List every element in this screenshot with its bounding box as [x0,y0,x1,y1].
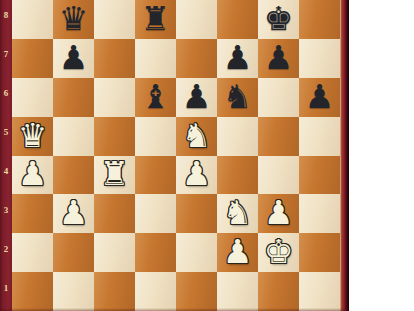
square-d6[interactable]: ♝ [135,78,176,117]
rank-label-4: 4 [0,152,12,191]
square-g4[interactable] [258,156,299,195]
square-d1[interactable] [135,272,176,311]
square-g7[interactable]: ♟ [258,39,299,78]
book-page-edge [340,0,349,311]
square-h5[interactable] [299,117,340,156]
square-g8[interactable]: ♚ [258,0,299,39]
square-f1[interactable] [217,272,258,311]
square-b4[interactable] [53,156,94,195]
square-a5[interactable]: ♛ [12,117,53,156]
square-e3[interactable] [176,194,217,233]
white-pawn-e4: ♟ [182,157,212,190]
black-bishop-d6: ♝ [141,80,171,113]
board-grid: ♛♜♚♟♟♟♝♟♞♟♛♞♟♜♟♟♞♟♟♚ [12,0,340,311]
square-a1[interactable] [12,272,53,311]
white-rook-c4: ♜ [100,157,130,190]
square-b6[interactable] [53,78,94,117]
square-e2[interactable] [176,233,217,272]
square-c1[interactable] [94,272,135,311]
square-g1[interactable] [258,272,299,311]
white-king-g2: ♚ [264,235,294,268]
square-c8[interactable] [94,0,135,39]
square-d3[interactable] [135,194,176,233]
rank-label-2: 2 [0,229,12,268]
square-e5[interactable]: ♞ [176,117,217,156]
square-f6[interactable]: ♞ [217,78,258,117]
white-pawn-g3: ♟ [264,196,294,229]
square-b1[interactable] [53,272,94,311]
square-h1[interactable] [299,272,340,311]
square-h4[interactable] [299,156,340,195]
rank-label-6: 6 [0,74,12,113]
black-pawn-e6: ♟ [182,80,212,113]
square-b5[interactable] [53,117,94,156]
square-c3[interactable] [94,194,135,233]
square-c7[interactable] [94,39,135,78]
black-pawn-h6: ♟ [305,80,335,113]
square-b7[interactable]: ♟ [53,39,94,78]
black-queen-b8: ♛ [59,2,89,35]
square-d5[interactable] [135,117,176,156]
square-b8[interactable]: ♛ [53,0,94,39]
square-c4[interactable]: ♜ [94,156,135,195]
square-a8[interactable] [12,0,53,39]
white-pawn-b3: ♟ [59,196,89,229]
square-f7[interactable]: ♟ [217,39,258,78]
square-d8[interactable]: ♜ [135,0,176,39]
square-e1[interactable] [176,272,217,311]
square-h7[interactable] [299,39,340,78]
square-b3[interactable]: ♟ [53,194,94,233]
black-king-g8: ♚ [264,2,294,35]
white-knight-f3: ♞ [223,196,253,229]
square-c2[interactable] [94,233,135,272]
square-b2[interactable] [53,233,94,272]
square-h8[interactable] [299,0,340,39]
black-pawn-g7: ♟ [264,41,294,74]
rank-label-8: 8 [0,0,12,35]
square-e4[interactable]: ♟ [176,156,217,195]
square-g6[interactable] [258,78,299,117]
board-left-spine: 87654321 [0,0,12,311]
black-pawn-f7: ♟ [223,41,253,74]
rank-label-1: 1 [0,268,12,307]
square-a6[interactable] [12,78,53,117]
square-f4[interactable] [217,156,258,195]
square-f5[interactable] [217,117,258,156]
square-d4[interactable] [135,156,176,195]
square-a7[interactable] [12,39,53,78]
square-c5[interactable] [94,117,135,156]
square-f2[interactable]: ♟ [217,233,258,272]
square-a2[interactable] [12,233,53,272]
chess-board-frame: 87654321 ♛♜♚♟♟♟♝♟♞♟♛♞♟♜♟♟♞♟♟♚ [0,0,349,311]
chess-diagram-page: 87654321 ♛♜♚♟♟♟♝♟♞♟♛♞♟♜♟♟♞♟♟♚ [0,0,414,311]
square-e6[interactable]: ♟ [176,78,217,117]
black-rook-d8: ♜ [141,2,171,35]
square-a3[interactable] [12,194,53,233]
white-knight-e5: ♞ [182,119,212,152]
black-pawn-b7: ♟ [59,41,89,74]
square-a4[interactable]: ♟ [12,156,53,195]
square-e7[interactable] [176,39,217,78]
square-f8[interactable] [217,0,258,39]
square-h2[interactable] [299,233,340,272]
white-pawn-a4: ♟ [18,157,48,190]
square-g3[interactable]: ♟ [258,194,299,233]
square-g5[interactable] [258,117,299,156]
square-h6[interactable]: ♟ [299,78,340,117]
white-queen-a5: ♛ [18,119,48,152]
square-d7[interactable] [135,39,176,78]
black-knight-f6: ♞ [223,80,253,113]
rank-label-7: 7 [0,35,12,74]
square-g2[interactable]: ♚ [258,233,299,272]
square-h3[interactable] [299,194,340,233]
square-c6[interactable] [94,78,135,117]
square-e8[interactable] [176,0,217,39]
rank-label-5: 5 [0,113,12,152]
rank-label-3: 3 [0,190,12,229]
square-d2[interactable] [135,233,176,272]
square-f3[interactable]: ♞ [217,194,258,233]
white-pawn-f2: ♟ [223,235,253,268]
